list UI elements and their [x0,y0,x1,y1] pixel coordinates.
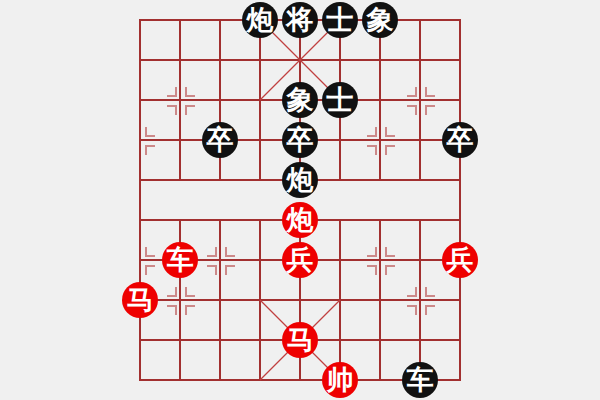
point-5-1[interactable] [320,40,360,80]
point-4-1[interactable] [280,40,320,80]
point-6-6[interactable] [360,240,400,280]
point-2-7[interactable] [200,280,240,320]
point-5-3[interactable] [320,120,360,160]
point-1-0[interactable] [160,0,200,40]
point-8-1[interactable] [440,40,480,80]
point-6-2[interactable] [360,80,400,120]
piece-black-soldier-8-3[interactable]: 卒 [442,122,478,158]
point-0-8[interactable] [120,320,160,360]
point-2-8[interactable] [200,320,240,360]
point-3-5[interactable] [240,200,280,240]
point-1-5[interactable] [160,200,200,240]
point-6-7[interactable] [360,280,400,320]
point-0-3[interactable] [120,120,160,160]
point-5-4[interactable] [320,160,360,200]
point-1-8[interactable] [160,320,200,360]
piece-red-soldier-8-6[interactable]: 兵 [442,242,478,278]
point-7-1[interactable] [400,40,440,80]
piece-black-advisor-5-0[interactable]: 士 [322,2,358,38]
point-8-8[interactable] [440,320,480,360]
point-5-8[interactable] [320,320,360,360]
point-0-5[interactable] [120,200,160,240]
point-2-6[interactable] [200,240,240,280]
point-3-4[interactable] [240,160,280,200]
point-1-4[interactable] [160,160,200,200]
point-6-8[interactable] [360,320,400,360]
xiangqi-app: { "game": "xiangqi", "position": { "fen"… [0,0,600,400]
point-7-2[interactable] [400,80,440,120]
point-6-5[interactable] [360,200,400,240]
point-5-6[interactable] [320,240,360,280]
point-6-9[interactable] [360,360,400,400]
point-5-5[interactable] [320,200,360,240]
point-2-1[interactable] [200,40,240,80]
point-3-3[interactable] [240,120,280,160]
point-3-8[interactable] [240,320,280,360]
point-7-6[interactable] [400,240,440,280]
point-2-0[interactable] [200,0,240,40]
point-8-9[interactable] [440,360,480,400]
point-0-9[interactable] [120,360,160,400]
piece-black-advisor-5-2[interactable]: 士 [322,82,358,118]
point-7-4[interactable] [400,160,440,200]
point-0-6[interactable] [120,240,160,280]
point-3-2[interactable] [240,80,280,120]
piece-red-cannon-4-5[interactable]: 炮 [282,202,318,238]
piece-black-soldier-4-3[interactable]: 卒 [282,122,318,158]
piece-black-elephant-6-0[interactable]: 象 [362,2,398,38]
point-2-5[interactable] [200,200,240,240]
piece-black-soldier-2-3[interactable]: 卒 [202,122,238,158]
point-3-7[interactable] [240,280,280,320]
point-6-1[interactable] [360,40,400,80]
point-6-4[interactable] [360,160,400,200]
point-7-0[interactable] [400,0,440,40]
point-2-9[interactable] [200,360,240,400]
point-8-0[interactable] [440,0,480,40]
point-4-7[interactable] [280,280,320,320]
piece-black-chariot-7-9[interactable]: 车 [402,362,438,398]
piece-red-chariot-1-6[interactable]: 车 [162,242,198,278]
point-7-3[interactable] [400,120,440,160]
point-8-2[interactable] [440,80,480,120]
piece-red-horse-4-8[interactable]: 马 [282,322,318,358]
point-3-9[interactable] [240,360,280,400]
point-2-2[interactable] [200,80,240,120]
point-1-7[interactable] [160,280,200,320]
point-3-1[interactable] [240,40,280,80]
point-1-2[interactable] [160,80,200,120]
point-0-4[interactable] [120,160,160,200]
piece-red-soldier-4-6[interactable]: 兵 [282,242,318,278]
point-7-7[interactable] [400,280,440,320]
point-0-2[interactable] [120,80,160,120]
point-8-4[interactable] [440,160,480,200]
point-8-5[interactable] [440,200,480,240]
point-1-3[interactable] [160,120,200,160]
piece-black-cannon-4-4[interactable]: 炮 [282,162,318,198]
piece-black-general-4-0[interactable]: 将 [282,2,318,38]
point-4-9[interactable] [280,360,320,400]
piece-black-cannon-3-0[interactable]: 炮 [242,2,278,38]
point-3-6[interactable] [240,240,280,280]
point-1-9[interactable] [160,360,200,400]
point-5-7[interactable] [320,280,360,320]
xiangqi-board: 炮将士象象士卒卒卒炮炮车兵兵马马帅车 [120,0,480,400]
point-6-3[interactable] [360,120,400,160]
piece-black-elephant-4-2[interactable]: 象 [282,82,318,118]
piece-red-horse-0-7[interactable]: 马 [122,282,158,318]
piece-red-general-5-9[interactable]: 帅 [322,362,358,398]
point-0-1[interactable] [120,40,160,80]
point-0-0[interactable] [120,0,160,40]
point-7-8[interactable] [400,320,440,360]
point-7-5[interactable] [400,200,440,240]
point-1-1[interactable] [160,40,200,80]
point-2-4[interactable] [200,160,240,200]
point-8-7[interactable] [440,280,480,320]
